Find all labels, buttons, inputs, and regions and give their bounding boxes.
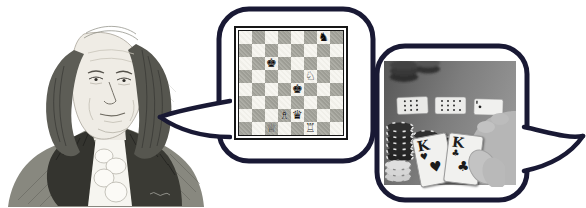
- square-h3: [330, 96, 343, 109]
- chess-bubble-tail: [150, 92, 232, 150]
- square-e2: ♛: [291, 109, 304, 122]
- square-a4: [239, 83, 252, 96]
- square-b1: [252, 122, 265, 135]
- chip-stack-light: [385, 160, 411, 182]
- white-knight: ♘: [305, 70, 316, 83]
- square-a7: [239, 44, 252, 57]
- square-f8: [304, 31, 317, 44]
- square-a2: [239, 109, 252, 122]
- square-e8: [291, 31, 304, 44]
- square-h8: [330, 31, 343, 44]
- square-h5: [330, 70, 343, 83]
- square-d6: [278, 57, 291, 70]
- square-a1: [239, 122, 252, 135]
- square-d1: [278, 122, 291, 135]
- square-f5: ♘: [304, 70, 317, 83]
- square-c4: [265, 83, 278, 96]
- square-b3: [252, 96, 265, 109]
- community-cards: [397, 96, 504, 115]
- square-a5: [239, 70, 252, 83]
- square-c1: ♕: [265, 122, 278, 135]
- square-b8: [252, 31, 265, 44]
- square-b6: [252, 57, 265, 70]
- square-f3: [304, 96, 317, 109]
- flop-card-2: [435, 97, 466, 114]
- square-e6: [291, 57, 304, 70]
- square-g4: [317, 83, 330, 96]
- square-f4: [304, 83, 317, 96]
- square-h1: [330, 122, 343, 135]
- black-knight: ♞: [318, 31, 329, 44]
- white-bishop: ♗: [279, 109, 290, 122]
- chess-board: ♞♚♘♚♗♛♕♖: [238, 30, 344, 136]
- square-f1: ♖: [304, 122, 317, 135]
- chip-stack-dark-1: [387, 122, 413, 161]
- square-e1: [291, 122, 304, 135]
- flop-card-3: [474, 99, 503, 116]
- square-h6: [330, 57, 343, 70]
- square-c8: [265, 31, 278, 44]
- square-h7: [330, 44, 343, 57]
- square-h4: [330, 83, 343, 96]
- square-b5: [252, 70, 265, 83]
- square-d5: [278, 70, 291, 83]
- black-king: ♚: [292, 83, 303, 96]
- square-c6: ♚: [265, 57, 278, 70]
- white-queen: ♕: [266, 122, 277, 135]
- square-c3: [265, 96, 278, 109]
- square-b4: [252, 83, 265, 96]
- square-f7: [304, 44, 317, 57]
- square-g3: [317, 96, 330, 109]
- square-g1: [317, 122, 330, 135]
- square-c5: [265, 70, 278, 83]
- square-d8: [278, 31, 291, 44]
- square-b2: [252, 109, 265, 122]
- poker-bubble-tail: [520, 118, 586, 180]
- square-d4: [278, 83, 291, 96]
- flop-card-1: [397, 96, 429, 114]
- square-g7: [317, 44, 330, 57]
- square-e4: ♚: [291, 83, 304, 96]
- thumb: [455, 145, 505, 187]
- chess-board-frame: ♞♚♘♚♗♛♕♖: [234, 26, 348, 140]
- heart-icon: ♥: [428, 159, 443, 175]
- square-h2: [330, 109, 343, 122]
- square-d2: ♗: [278, 109, 291, 122]
- square-g8: ♞: [317, 31, 330, 44]
- black-queen: ♛: [292, 109, 303, 122]
- black-king: ♚: [266, 57, 277, 70]
- white-rook: ♖: [305, 122, 316, 135]
- square-a3: [239, 96, 252, 109]
- square-a6: [239, 57, 252, 70]
- square-b7: [252, 44, 265, 57]
- square-g2: [317, 109, 330, 122]
- square-g6: [317, 57, 330, 70]
- square-d7: [278, 44, 291, 57]
- square-a8: [239, 31, 252, 44]
- square-g5: [317, 70, 330, 83]
- square-e7: [291, 44, 304, 57]
- scene: ♞♚♘♚♗♛♕♖: [0, 0, 586, 208]
